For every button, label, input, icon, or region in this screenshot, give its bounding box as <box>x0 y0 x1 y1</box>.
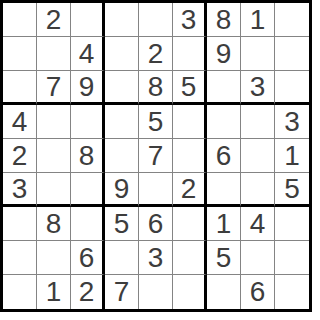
cell-r1c4-empty[interactable] <box>105 3 139 37</box>
cell-r2c3-given-4: 4 <box>71 37 105 71</box>
cell-r8c1-empty[interactable] <box>3 241 37 275</box>
cell-r5c6-empty[interactable] <box>173 139 207 173</box>
cell-r5c5-given-7: 7 <box>139 139 173 173</box>
cell-r6c5-empty[interactable] <box>139 173 173 207</box>
cell-r8c8-empty[interactable] <box>241 241 275 275</box>
cell-r4c2-empty[interactable] <box>37 105 71 139</box>
cell-r8c7-given-5: 5 <box>207 241 241 275</box>
cell-r2c1-empty[interactable] <box>3 37 37 71</box>
cell-r8c3-given-6: 6 <box>71 241 105 275</box>
cell-r2c2-empty[interactable] <box>37 37 71 71</box>
cell-r4c9-given-3: 3 <box>275 105 309 139</box>
cell-r1c3-empty[interactable] <box>71 3 105 37</box>
cell-r1c6-given-3: 3 <box>173 3 207 37</box>
cell-r3c3-given-9: 9 <box>71 71 105 105</box>
cell-r3c2-given-7: 7 <box>37 71 71 105</box>
cell-r8c5-given-3: 3 <box>139 241 173 275</box>
cell-r9c5-empty[interactable] <box>139 275 173 309</box>
cell-r2c5-given-2: 2 <box>139 37 173 71</box>
cell-r6c9-given-5: 5 <box>275 173 309 207</box>
cell-r2c4-empty[interactable] <box>105 37 139 71</box>
cell-r7c5-given-6: 6 <box>139 207 173 241</box>
cell-r2c7-given-9: 9 <box>207 37 241 71</box>
cell-r1c2-given-2: 2 <box>37 3 71 37</box>
cell-r2c9-empty[interactable] <box>275 37 309 71</box>
cell-r1c7-given-8: 8 <box>207 3 241 37</box>
cell-r1c5-empty[interactable] <box>139 3 173 37</box>
cell-r3c8-given-3: 3 <box>241 71 275 105</box>
cell-r7c1-empty[interactable] <box>3 207 37 241</box>
cell-r6c1-given-3: 3 <box>3 173 37 207</box>
cell-r4c1-given-4: 4 <box>3 105 37 139</box>
cell-r7c6-empty[interactable] <box>173 207 207 241</box>
cell-r3c9-empty[interactable] <box>275 71 309 105</box>
cell-r5c1-given-2: 2 <box>3 139 37 173</box>
cell-r9c6-empty[interactable] <box>173 275 207 309</box>
cell-r9c3-given-2: 2 <box>71 275 105 309</box>
cell-r1c8-given-1: 1 <box>241 3 275 37</box>
cell-r2c8-empty[interactable] <box>241 37 275 71</box>
cell-r5c7-given-6: 6 <box>207 139 241 173</box>
cell-r9c7-empty[interactable] <box>207 275 241 309</box>
cell-r3c6-given-5: 5 <box>173 71 207 105</box>
cell-r4c3-empty[interactable] <box>71 105 105 139</box>
cell-r7c7-given-1: 1 <box>207 207 241 241</box>
cell-r4c6-empty[interactable] <box>173 105 207 139</box>
cell-r5c2-empty[interactable] <box>37 139 71 173</box>
cell-r2c6-empty[interactable] <box>173 37 207 71</box>
cell-r7c3-empty[interactable] <box>71 207 105 241</box>
cell-r3c4-empty[interactable] <box>105 71 139 105</box>
cell-r3c5-given-8: 8 <box>139 71 173 105</box>
cell-r9c4-given-7: 7 <box>105 275 139 309</box>
cell-r9c2-given-1: 1 <box>37 275 71 309</box>
cell-r5c9-given-1: 1 <box>275 139 309 173</box>
cell-r6c7-empty[interactable] <box>207 173 241 207</box>
cell-r8c4-empty[interactable] <box>105 241 139 275</box>
cell-r7c4-given-5: 5 <box>105 207 139 241</box>
sudoku-board: 238142979853453287613925856146351276 <box>0 0 312 312</box>
cell-r8c2-empty[interactable] <box>37 241 71 275</box>
cell-r8c6-empty[interactable] <box>173 241 207 275</box>
cell-r6c8-empty[interactable] <box>241 173 275 207</box>
cell-r9c8-given-6: 6 <box>241 275 275 309</box>
cell-r7c2-given-8: 8 <box>37 207 71 241</box>
cell-r5c8-empty[interactable] <box>241 139 275 173</box>
cell-r7c9-empty[interactable] <box>275 207 309 241</box>
cell-r1c1-empty[interactable] <box>3 3 37 37</box>
cell-r1c9-empty[interactable] <box>275 3 309 37</box>
cell-r6c4-given-9: 9 <box>105 173 139 207</box>
cell-r4c8-empty[interactable] <box>241 105 275 139</box>
cell-r3c1-empty[interactable] <box>3 71 37 105</box>
cell-r3c7-empty[interactable] <box>207 71 241 105</box>
cell-r6c6-given-2: 2 <box>173 173 207 207</box>
cell-r7c8-given-4: 4 <box>241 207 275 241</box>
cell-r9c9-empty[interactable] <box>275 275 309 309</box>
cell-r5c4-empty[interactable] <box>105 139 139 173</box>
cell-r9c1-empty[interactable] <box>3 275 37 309</box>
cell-r8c9-empty[interactable] <box>275 241 309 275</box>
cell-r6c2-empty[interactable] <box>37 173 71 207</box>
cell-r4c7-empty[interactable] <box>207 105 241 139</box>
cell-r4c5-given-5: 5 <box>139 105 173 139</box>
cell-r4c4-empty[interactable] <box>105 105 139 139</box>
cell-r5c3-given-8: 8 <box>71 139 105 173</box>
cell-r6c3-empty[interactable] <box>71 173 105 207</box>
